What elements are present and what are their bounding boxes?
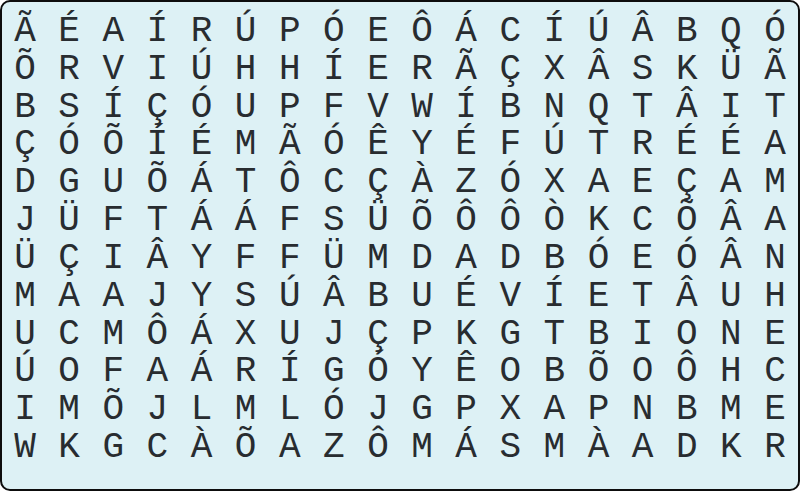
grid-cell[interactable]: O	[665, 316, 709, 354]
grid-cell[interactable]: S	[488, 429, 532, 467]
grid-cell[interactable]: S	[224, 278, 268, 316]
grid-cell[interactable]: Ô	[135, 316, 179, 354]
grid-cell[interactable]: B	[488, 89, 532, 127]
grid-cell[interactable]: U	[400, 278, 444, 316]
grid-cell[interactable]: F	[224, 240, 268, 278]
grid-cell[interactable]: Â	[665, 89, 709, 127]
grid-cell[interactable]: M	[356, 240, 400, 278]
grid-cell[interactable]: Â	[709, 240, 753, 278]
grid-cell[interactable]: Í	[312, 51, 356, 89]
grid-cell[interactable]: M	[224, 126, 268, 164]
grid-cell[interactable]: Ô	[400, 13, 444, 51]
grid-cell[interactable]: T	[621, 89, 665, 127]
grid-cell[interactable]: Â	[312, 278, 356, 316]
grid-cell[interactable]: Ã	[753, 51, 797, 89]
grid-cell[interactable]: U	[224, 89, 268, 127]
grid-cell[interactable]: O	[47, 353, 91, 391]
grid-cell[interactable]: E	[356, 51, 400, 89]
grid-cell[interactable]: A	[621, 429, 665, 467]
grid-cell[interactable]: S	[47, 89, 91, 127]
grid-cell[interactable]: A	[709, 164, 753, 202]
grid-cell[interactable]: É	[444, 278, 488, 316]
grid-cell[interactable]: A	[91, 278, 135, 316]
grid-cell[interactable]: M	[3, 278, 47, 316]
grid-cell[interactable]: Ó	[47, 126, 91, 164]
grid-cell[interactable]: J	[135, 278, 179, 316]
grid-cell[interactable]: Õ	[135, 164, 179, 202]
grid-cell[interactable]: É	[444, 126, 488, 164]
grid-cell[interactable]: T	[532, 316, 576, 354]
grid-cell[interactable]: Ô	[356, 429, 400, 467]
grid-cell[interactable]: Ê	[356, 126, 400, 164]
grid-cell[interactable]: C	[135, 429, 179, 467]
grid-cell[interactable]: Õ	[91, 391, 135, 429]
grid-cell[interactable]: A	[47, 278, 91, 316]
grid-cell[interactable]: Ó	[753, 13, 797, 51]
grid-cell[interactable]: Â	[709, 202, 753, 240]
grid-cell[interactable]: U	[91, 164, 135, 202]
grid-cell[interactable]: Á	[179, 316, 223, 354]
grid-cell[interactable]: E	[356, 13, 400, 51]
grid-cell[interactable]: R	[621, 126, 665, 164]
grid-cell[interactable]: T	[576, 126, 620, 164]
grid-cell[interactable]: C	[47, 316, 91, 354]
grid-cell[interactable]: Ã	[3, 13, 47, 51]
grid-cell[interactable]: V	[356, 89, 400, 127]
grid-cell[interactable]: T	[135, 202, 179, 240]
grid-cell[interactable]: Ô	[268, 164, 312, 202]
grid-cell[interactable]: C	[488, 13, 532, 51]
grid-cell[interactable]: U	[268, 316, 312, 354]
grid-cell[interactable]: E	[621, 240, 665, 278]
grid-cell[interactable]: B	[665, 391, 709, 429]
grid-cell[interactable]: B	[532, 353, 576, 391]
grid-cell[interactable]: R	[400, 51, 444, 89]
grid-cell[interactable]: Õ	[224, 429, 268, 467]
grid-cell[interactable]: H	[268, 51, 312, 89]
grid-cell[interactable]: A	[91, 13, 135, 51]
grid-cell[interactable]: P	[444, 391, 488, 429]
grid-cell[interactable]: N	[532, 89, 576, 127]
grid-cell[interactable]: Ú	[532, 126, 576, 164]
grid-cell[interactable]: Ó	[312, 391, 356, 429]
grid-cell[interactable]: I	[91, 240, 135, 278]
grid-cell[interactable]: A	[268, 429, 312, 467]
word-search-grid: ÃÉAÍRÚPÓEÔÁCÍÚÂBQÓÕRVIÚHHÍERÃÇXÂSKÜÃBSÍÇ…	[0, 0, 800, 491]
grid-cell[interactable]: K	[47, 429, 91, 467]
grid-cell[interactable]: Ê	[444, 353, 488, 391]
grid-cell[interactable]: D	[665, 429, 709, 467]
grid-cell[interactable]: A	[135, 353, 179, 391]
grid-cell[interactable]: Á	[179, 164, 223, 202]
grid-cell[interactable]: Z	[312, 429, 356, 467]
grid-cell[interactable]: R	[753, 429, 797, 467]
grid-cell[interactable]: É	[709, 126, 753, 164]
grid-cell[interactable]: À	[400, 164, 444, 202]
grid-cell[interactable]: P	[400, 316, 444, 354]
grid-cell[interactable]: T	[753, 89, 797, 127]
grid-cell[interactable]: W	[3, 429, 47, 467]
grid-cell[interactable]: F	[268, 240, 312, 278]
grid-cell[interactable]: R	[179, 13, 223, 51]
grid-cell[interactable]: Y	[179, 278, 223, 316]
grid-cell[interactable]: Ã	[444, 51, 488, 89]
grid-cell[interactable]: Z	[444, 164, 488, 202]
grid-cell[interactable]: I	[3, 391, 47, 429]
grid-cell[interactable]: T	[621, 278, 665, 316]
grid-cell[interactable]: A	[753, 202, 797, 240]
grid-cell[interactable]: Y	[400, 126, 444, 164]
grid-cell[interactable]: S	[621, 51, 665, 89]
grid-cell[interactable]: Q	[709, 13, 753, 51]
grid-cell[interactable]: I	[709, 89, 753, 127]
grid-cell[interactable]: S	[312, 202, 356, 240]
grid-cell[interactable]: J	[3, 202, 47, 240]
grid-cell[interactable]: Ç	[135, 89, 179, 127]
grid-cell[interactable]: Q	[576, 89, 620, 127]
grid-cell[interactable]: M	[47, 391, 91, 429]
grid-cell[interactable]: Ç	[3, 126, 47, 164]
grid-cell[interactable]: Ú	[576, 13, 620, 51]
grid-cell[interactable]: J	[312, 316, 356, 354]
grid-cell[interactable]: E	[753, 316, 797, 354]
grid-cell[interactable]: É	[179, 126, 223, 164]
grid-cell[interactable]: F	[488, 126, 532, 164]
grid-cell[interactable]: R	[224, 353, 268, 391]
grid-cell[interactable]: Í	[91, 89, 135, 127]
grid-cell[interactable]: L	[268, 391, 312, 429]
grid-cell[interactable]: N	[753, 240, 797, 278]
grid-cell[interactable]: Ò	[532, 202, 576, 240]
grid-cell[interactable]: B	[665, 13, 709, 51]
grid-cell[interactable]: Õ	[576, 353, 620, 391]
grid-cell[interactable]: M	[709, 391, 753, 429]
grid-cell[interactable]: G	[312, 353, 356, 391]
grid-cell[interactable]: H	[709, 353, 753, 391]
grid-cell[interactable]: Í	[135, 13, 179, 51]
grid-cell[interactable]: A	[532, 391, 576, 429]
grid-cell[interactable]: G	[488, 316, 532, 354]
grid-cell[interactable]: Ç	[356, 164, 400, 202]
grid-cell[interactable]: O	[621, 353, 665, 391]
grid-cell[interactable]: Ü	[709, 51, 753, 89]
grid-cell[interactable]: Ü	[3, 240, 47, 278]
grid-cell[interactable]: Á	[179, 353, 223, 391]
grid-cell[interactable]: Ç	[665, 164, 709, 202]
grid-cell[interactable]: Í	[532, 278, 576, 316]
grid-cell[interactable]: X	[488, 391, 532, 429]
grid-cell[interactable]: Ó	[665, 240, 709, 278]
grid-cell[interactable]: M	[224, 391, 268, 429]
grid-cell[interactable]: Á	[179, 202, 223, 240]
grid-cell[interactable]: Ü	[312, 240, 356, 278]
grid-cell[interactable]: J	[356, 391, 400, 429]
grid-cell[interactable]: K	[444, 316, 488, 354]
grid-cell[interactable]: C	[753, 353, 797, 391]
grid-cell[interactable]: K	[576, 202, 620, 240]
grid-cell[interactable]: V	[488, 278, 532, 316]
grid-cell[interactable]: D	[488, 240, 532, 278]
grid-cell[interactable]: F	[91, 353, 135, 391]
grid-cell[interactable]: O	[488, 353, 532, 391]
grid-cell[interactable]: Õ	[91, 126, 135, 164]
grid-cell[interactable]: Ó	[356, 353, 400, 391]
grid-cell[interactable]: G	[91, 429, 135, 467]
grid-cell[interactable]: Ó	[312, 13, 356, 51]
grid-cell[interactable]: É	[47, 13, 91, 51]
grid-cell[interactable]: Â	[665, 278, 709, 316]
grid-cell[interactable]: Ó	[179, 89, 223, 127]
grid-cell[interactable]: N	[621, 391, 665, 429]
grid-cell[interactable]: E	[753, 391, 797, 429]
grid-cell[interactable]: M	[91, 316, 135, 354]
grid-cell[interactable]: R	[47, 51, 91, 89]
grid-cell[interactable]: C	[621, 202, 665, 240]
grid-cell[interactable]: Y	[179, 240, 223, 278]
grid-cell[interactable]: H	[224, 51, 268, 89]
grid-cell[interactable]: Í	[532, 13, 576, 51]
grid-cell[interactable]: D	[3, 164, 47, 202]
grid-cell[interactable]: Í	[268, 353, 312, 391]
grid-cell[interactable]: Â	[135, 240, 179, 278]
grid-cell[interactable]: U	[709, 278, 753, 316]
grid-cell[interactable]: N	[709, 316, 753, 354]
grid-cell[interactable]: Ú	[3, 353, 47, 391]
grid-cell[interactable]: X	[532, 51, 576, 89]
grid-cell[interactable]: F	[91, 202, 135, 240]
grid-cell[interactable]: Ú	[224, 13, 268, 51]
grid-cell[interactable]: Ç	[356, 316, 400, 354]
grid-cell[interactable]: B	[576, 316, 620, 354]
grid-cell[interactable]: G	[47, 164, 91, 202]
grid-cell[interactable]: Ú	[268, 278, 312, 316]
grid-cell[interactable]: A	[753, 126, 797, 164]
grid-cell[interactable]: Ú	[179, 51, 223, 89]
grid-cell[interactable]: F	[312, 89, 356, 127]
grid-cell[interactable]: Ó	[576, 240, 620, 278]
grid-cell[interactable]: Ü	[356, 202, 400, 240]
grid-cell[interactable]: I	[621, 316, 665, 354]
grid-cell[interactable]: Ã	[268, 126, 312, 164]
grid-cell[interactable]: A	[576, 164, 620, 202]
grid-cell[interactable]: P	[268, 13, 312, 51]
grid-cell[interactable]: Õ	[400, 202, 444, 240]
grid-cell[interactable]: C	[312, 164, 356, 202]
grid-cell[interactable]: M	[532, 429, 576, 467]
grid-cell[interactable]: Ô	[665, 353, 709, 391]
grid-cell[interactable]: X	[224, 316, 268, 354]
grid-cell[interactable]: B	[3, 89, 47, 127]
grid-cell[interactable]: P	[576, 391, 620, 429]
grid-cell[interactable]: À	[179, 429, 223, 467]
grid-cell[interactable]: Ó	[488, 164, 532, 202]
grid-cell[interactable]: É	[665, 126, 709, 164]
grid-cell[interactable]: Í	[444, 89, 488, 127]
grid-cell[interactable]: Ó	[312, 126, 356, 164]
grid-cell[interactable]: P	[268, 89, 312, 127]
grid-cell[interactable]: Á	[444, 429, 488, 467]
grid-cell[interactable]: F	[268, 202, 312, 240]
grid-cell[interactable]: E	[621, 164, 665, 202]
grid-cell[interactable]: B	[356, 278, 400, 316]
grid-cell[interactable]: E	[576, 278, 620, 316]
grid-cell[interactable]: T	[224, 164, 268, 202]
grid-cell[interactable]: Ü	[47, 202, 91, 240]
grid-cell[interactable]: K	[665, 51, 709, 89]
grid-cell[interactable]: J	[135, 391, 179, 429]
grid-cell[interactable]: K	[709, 429, 753, 467]
grid-cell[interactable]: A	[444, 240, 488, 278]
grid-cell[interactable]: M	[400, 429, 444, 467]
grid-cell[interactable]: B	[532, 240, 576, 278]
grid-cell[interactable]: U	[3, 316, 47, 354]
grid-cell[interactable]: Ç	[488, 51, 532, 89]
grid-cell[interactable]: V	[91, 51, 135, 89]
grid-cell[interactable]: Y	[400, 353, 444, 391]
grid-cell[interactable]: Ô	[488, 202, 532, 240]
grid-cell[interactable]: I	[135, 51, 179, 89]
grid-cell[interactable]: W	[400, 89, 444, 127]
grid-cell[interactable]: Õ	[665, 202, 709, 240]
grid-cell[interactable]: Ç	[47, 240, 91, 278]
grid-cell[interactable]: Í	[135, 126, 179, 164]
grid-cell[interactable]: G	[400, 391, 444, 429]
grid-cell[interactable]: H	[753, 278, 797, 316]
grid-cell[interactable]: L	[179, 391, 223, 429]
grid-cell[interactable]: Â	[576, 51, 620, 89]
grid-cell[interactable]: M	[753, 164, 797, 202]
grid-cell[interactable]: D	[400, 240, 444, 278]
grid-cell[interactable]: X	[532, 164, 576, 202]
grid-cell[interactable]: À	[576, 429, 620, 467]
grid-cell[interactable]: Â	[621, 13, 665, 51]
grid-cell[interactable]: Á	[224, 202, 268, 240]
grid-cell[interactable]: Ô	[444, 202, 488, 240]
grid-cell[interactable]: Á	[444, 13, 488, 51]
grid-cell[interactable]: Õ	[3, 51, 47, 89]
